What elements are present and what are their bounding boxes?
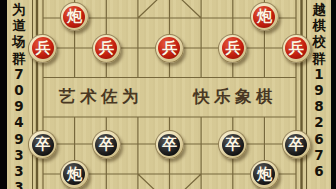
piece-core: 卒	[158, 134, 180, 156]
piece-core: 兵	[95, 37, 117, 59]
black-soldier[interactable]: 卒	[218, 130, 247, 159]
piece-glyph: 兵	[289, 41, 304, 56]
black-cannon[interactable]: 炮	[60, 160, 89, 189]
black-soldier[interactable]: 卒	[282, 130, 311, 159]
red-soldier[interactable]: 兵	[28, 34, 57, 63]
xiangqi-board[interactable]: 炮炮兵兵兵兵兵卒卒卒卒卒炮炮	[27, 0, 312, 189]
red-soldier[interactable]: 兵	[282, 34, 311, 63]
piece-glyph: 兵	[162, 41, 177, 56]
piece-core: 兵	[222, 37, 244, 59]
piece-glyph: 卒	[162, 137, 177, 152]
piece-core: 炮	[253, 6, 275, 28]
piece-glyph: 兵	[225, 41, 240, 56]
black-soldier[interactable]: 卒	[155, 130, 184, 159]
red-cannon[interactable]: 炮	[250, 2, 279, 31]
piece-core: 兵	[285, 37, 307, 59]
piece-core: 卒	[32, 134, 54, 156]
red-soldier[interactable]: 兵	[155, 34, 184, 63]
piece-core: 炮	[253, 163, 275, 185]
piece-core: 炮	[63, 6, 85, 28]
piece-glyph: 兵	[99, 41, 114, 56]
piece-glyph: 炮	[67, 167, 82, 182]
piece-glyph: 卒	[99, 137, 114, 152]
piece-core: 炮	[63, 163, 85, 185]
piece-core: 兵	[158, 37, 180, 59]
piece-glyph: 卒	[225, 137, 240, 152]
red-soldier[interactable]: 兵	[92, 34, 121, 63]
black-soldier[interactable]: 卒	[92, 130, 121, 159]
red-soldier[interactable]: 兵	[218, 34, 247, 63]
piece-core: 卒	[285, 134, 307, 156]
black-cannon[interactable]: 炮	[250, 160, 279, 189]
piece-core: 卒	[95, 134, 117, 156]
piece-core: 兵	[32, 37, 54, 59]
piece-core: 卒	[222, 134, 244, 156]
black-soldier[interactable]: 卒	[28, 130, 57, 159]
piece-glyph: 炮	[67, 9, 82, 24]
piece-glyph: 卒	[35, 137, 50, 152]
piece-glyph: 兵	[35, 41, 50, 56]
piece-glyph: 炮	[257, 9, 272, 24]
xiangqi-app-frame: { "game": "xiangqi (Chinese chess)", "po…	[0, 0, 336, 189]
red-cannon[interactable]: 炮	[60, 2, 89, 31]
piece-glyph: 卒	[289, 137, 304, 152]
piece-glyph: 炮	[257, 167, 272, 182]
